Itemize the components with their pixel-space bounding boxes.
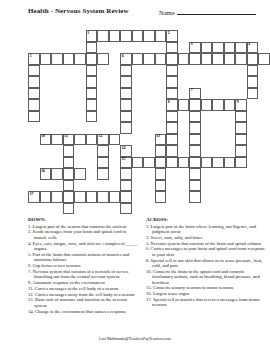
grid-cell[interactable] — [166, 42, 178, 54]
grid-cell[interactable] — [86, 88, 98, 100]
grid-cell[interactable] — [212, 42, 224, 54]
grid-cell[interactable]: 14 — [120, 145, 132, 157]
grid-cell[interactable] — [97, 191, 109, 203]
grid-cell[interactable]: 3 — [189, 42, 201, 54]
clue-item: 8. Special cell in our skin that allows … — [146, 258, 265, 269]
grid-cell[interactable] — [86, 111, 98, 123]
clue-item: 16. Largest sense organ — [146, 291, 265, 296]
grid-cell[interactable] — [97, 30, 109, 42]
grid-cell[interactable] — [178, 157, 190, 169]
clue-item: 5. Part of the brain that controls actio… — [28, 252, 140, 263]
grid-cell[interactable] — [166, 65, 178, 77]
grid-cell[interactable] — [189, 99, 201, 111]
across-heading: ACROSS: — [146, 217, 265, 222]
grid-cell[interactable] — [247, 65, 259, 77]
grid-cell[interactable] — [97, 145, 109, 157]
grid-cell[interactable] — [40, 53, 52, 65]
grid-cell[interactable]: 12 — [97, 134, 109, 146]
grid-cell[interactable] — [132, 53, 144, 65]
grid-cell[interactable] — [120, 180, 132, 192]
grid-cell[interactable] — [63, 168, 75, 180]
grid-cell[interactable] — [166, 122, 178, 134]
grid-cell[interactable] — [166, 145, 178, 157]
grid-cell[interactable] — [51, 191, 63, 203]
grid-cell[interactable] — [166, 157, 178, 169]
cell-number: 11 — [64, 134, 68, 138]
grid-cell[interactable]: 4 — [247, 42, 259, 54]
grid-cell[interactable] — [189, 134, 201, 146]
footer-credit: Lori Maldonado@TeachersPayTeachers.com — [0, 336, 270, 341]
grid-cell[interactable] — [224, 99, 236, 111]
grid-cell[interactable] — [109, 134, 121, 146]
grid-cell[interactable] — [86, 99, 98, 111]
grid-cell[interactable] — [155, 30, 167, 42]
cell-number: 5 — [30, 54, 32, 58]
cell-number: 12 — [99, 134, 103, 138]
cell-number: 6 — [122, 54, 124, 58]
grid-cell[interactable] — [155, 168, 167, 180]
grid-cell[interactable] — [247, 53, 259, 65]
crossword-grid: 1234568910111215161771314 — [0, 0, 270, 220]
grid-cell[interactable] — [235, 157, 247, 169]
grid-cell[interactable] — [212, 53, 224, 65]
cell-number: 15 — [122, 157, 126, 161]
grid-cell[interactable] — [212, 157, 224, 169]
grid-cell[interactable] — [166, 111, 178, 123]
grid-cell[interactable] — [120, 168, 132, 180]
grid-cell[interactable] — [120, 65, 132, 77]
grid-cell[interactable] — [189, 191, 201, 203]
clue-item: 9. Automatic response to the environment — [28, 280, 140, 285]
grid-cell[interactable] — [201, 99, 213, 111]
grid-cell[interactable]: 5 — [28, 53, 40, 65]
grid-cell[interactable] — [166, 88, 178, 100]
down-heading: DOWN: — [28, 217, 140, 222]
grid-cell[interactable]: 6 — [120, 53, 132, 65]
grid-cell[interactable] — [143, 30, 155, 42]
grid-cell[interactable] — [235, 42, 247, 54]
grid-cell[interactable] — [224, 53, 236, 65]
grid-cell[interactable] — [189, 180, 201, 192]
cell-number: 7 — [191, 88, 193, 92]
grid-cell[interactable] — [235, 134, 247, 146]
grid-cell[interactable] — [63, 157, 75, 169]
grid-cell[interactable] — [63, 180, 75, 192]
grid-cell[interactable]: 15 — [120, 157, 132, 169]
grid-cell[interactable] — [132, 157, 144, 169]
clue-item: 10. Connects the brain to the spinal cor… — [146, 269, 265, 285]
grid-cell[interactable]: 17 — [28, 191, 40, 203]
grid-cell[interactable] — [189, 145, 201, 157]
grid-cell[interactable] — [212, 99, 224, 111]
grid-cell[interactable] — [224, 42, 236, 54]
grid-cell[interactable] — [201, 157, 213, 169]
clue-item: 4. Eyes, ears, tongue, nose, and skin ar… — [28, 241, 140, 252]
grid-cell[interactable] — [155, 157, 167, 169]
grid-cell[interactable] — [224, 157, 236, 169]
grid-cell[interactable] — [189, 168, 201, 180]
grid-cell[interactable] — [74, 53, 86, 65]
grid-cell[interactable] — [201, 42, 213, 54]
grid-cell[interactable] — [86, 53, 98, 65]
cell-number: 14 — [122, 146, 126, 150]
grid-cell[interactable] — [189, 122, 201, 134]
grid-cell[interactable] — [235, 122, 247, 134]
cell-number: 9 — [237, 100, 239, 104]
clue-item: 5. Nervous system that consists of the b… — [146, 241, 265, 246]
grid-cell[interactable] — [120, 191, 132, 203]
grid-cell[interactable] — [63, 53, 75, 65]
grid-cell[interactable] — [166, 53, 178, 65]
grid-cell[interactable] — [235, 53, 247, 65]
clue-item: 13. Basic unit of structure and function… — [28, 297, 140, 308]
clue-item: 11. Carries messages to the cell body of… — [28, 286, 140, 291]
cell-number: 2 — [168, 31, 170, 35]
grid-cell[interactable]: 9 — [235, 99, 247, 111]
grid-cell[interactable] — [155, 53, 167, 65]
grid-cell[interactable] — [120, 111, 132, 123]
clue-item: 12. Carries messages away from the cell … — [28, 292, 140, 297]
grid-cell[interactable] — [86, 65, 98, 77]
grid-cell[interactable] — [189, 157, 201, 169]
grid-cell[interactable] — [51, 53, 63, 65]
grid-cell[interactable] — [120, 30, 132, 42]
grid-cell[interactable] — [166, 134, 178, 146]
grid-cell[interactable] — [201, 53, 213, 65]
grid-cell[interactable] — [120, 122, 132, 134]
grid-cell[interactable]: 2 — [166, 30, 178, 42]
grid-cell[interactable] — [143, 157, 155, 169]
clue-item: 6. Gap between two neurons — [28, 263, 140, 268]
cell-number: 1 — [87, 31, 89, 35]
grid-cell[interactable] — [97, 168, 109, 180]
grid-cell[interactable] — [120, 99, 132, 111]
grid-cell[interactable] — [120, 88, 132, 100]
clue-item: 6. Carries messages to your brain and sp… — [146, 246, 265, 257]
clue-item: 1. Largest part of the neuron that conta… — [28, 224, 140, 229]
grid-cell[interactable]: 16 — [40, 168, 52, 180]
grid-cell[interactable] — [97, 53, 109, 65]
grid-cell[interactable] — [143, 53, 155, 65]
clue-item: 17. Special cell in muscles that receive… — [146, 297, 265, 308]
clue-item: 7. Nervous system that consists of a net… — [28, 269, 140, 280]
grid-cell[interactable] — [97, 157, 109, 169]
grid-cell[interactable]: 7 — [189, 88, 201, 100]
grid-cell[interactable] — [109, 191, 121, 203]
grid-cell[interactable]: 1 — [86, 30, 98, 42]
grid-cell[interactable]: 10 — [40, 134, 52, 146]
cell-number: 10 — [41, 134, 45, 138]
grid-cell[interactable] — [86, 191, 98, 203]
cell-number: 17 — [30, 192, 34, 196]
worksheet-page: Health - Nervous System Review Name 1234… — [0, 0, 270, 350]
grid-cell[interactable] — [86, 134, 98, 146]
grid-cell[interactable] — [120, 76, 132, 88]
grid-cell[interactable] — [51, 134, 63, 146]
grid-cell[interactable] — [74, 168, 86, 180]
cell-number: 13 — [156, 134, 160, 138]
grid-cell[interactable] — [258, 53, 270, 65]
cell-number: 3 — [191, 42, 193, 46]
down-clue-list: 1. Largest part of the neuron that conta… — [28, 224, 140, 314]
grid-cell[interactable] — [63, 203, 75, 215]
grid-cell[interactable] — [235, 145, 247, 157]
clue-item: 3. Sweet, sour, salty, and bitter — [146, 235, 265, 240]
grid-cell[interactable] — [28, 99, 40, 111]
cell-number: 8 — [168, 100, 170, 104]
grid-cell[interactable] — [74, 134, 86, 146]
grid-cell[interactable] — [120, 203, 132, 215]
cell-number: 16 — [41, 169, 45, 173]
clue-item: 2. Sends messages from your brain and sp… — [28, 229, 140, 240]
grid-cell[interactable] — [86, 76, 98, 88]
across-clue-list: 1. Largest part of the brain where learn… — [146, 224, 265, 308]
grid-cell[interactable] — [155, 145, 167, 157]
grid-cell[interactable] — [235, 111, 247, 123]
grid-cell[interactable] — [28, 76, 40, 88]
clue-item: 15. Connects sensory neurons to motor ne… — [146, 285, 265, 290]
grid-cell[interactable] — [189, 53, 201, 65]
grid-cell[interactable] — [40, 191, 52, 203]
grid-cell[interactable] — [28, 65, 40, 77]
grid-cell[interactable] — [28, 88, 40, 100]
clue-item: 14. Change in the environment that cause… — [28, 309, 140, 314]
grid-cell[interactable] — [109, 30, 121, 42]
grid-cell[interactable] — [155, 191, 167, 203]
grid-cell[interactable]: 11 — [63, 134, 75, 146]
grid-cell[interactable] — [155, 180, 167, 192]
grid-cell[interactable] — [178, 53, 190, 65]
grid-cell[interactable] — [189, 111, 201, 123]
grid-cell[interactable]: 13 — [155, 134, 167, 146]
grid-cell[interactable] — [166, 76, 178, 88]
grid-cell[interactable] — [132, 30, 144, 42]
grid-cell[interactable] — [178, 99, 190, 111]
grid-cell[interactable] — [247, 88, 259, 100]
down-clues-section: DOWN: 1. Largest part of the neuron that… — [28, 217, 140, 314]
across-clues-section: ACROSS: 1. Largest part of the brain whe… — [146, 217, 265, 308]
grid-cell[interactable]: 8 — [166, 99, 178, 111]
grid-cell[interactable] — [28, 111, 40, 123]
grid-cell[interactable] — [247, 76, 259, 88]
cell-number: 4 — [248, 42, 250, 46]
grid-cell[interactable] — [74, 191, 86, 203]
grid-cell[interactable] — [63, 191, 75, 203]
grid-cell[interactable] — [51, 168, 63, 180]
grid-cell[interactable] — [63, 145, 75, 157]
grid-cell[interactable] — [86, 42, 98, 54]
clue-item: 1. Largest part of the brain where learn… — [146, 224, 265, 235]
